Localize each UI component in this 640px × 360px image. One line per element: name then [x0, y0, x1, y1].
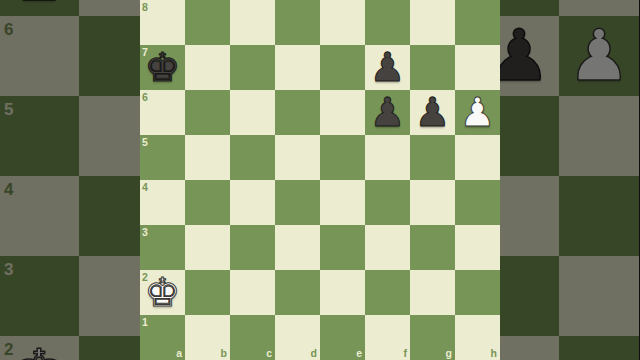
square-e7[interactable]: [320, 45, 365, 90]
square-e6[interactable]: [320, 90, 365, 135]
black-pawn[interactable]: ♟: [415, 92, 451, 132]
square-g6[interactable]: ♟: [410, 90, 455, 135]
square-d7[interactable]: [275, 45, 320, 90]
square-b8[interactable]: [185, 0, 230, 45]
square-g7[interactable]: [410, 45, 455, 90]
square-a7[interactable]: 7♚: [140, 45, 185, 90]
square-f6[interactable]: ♟: [365, 90, 410, 135]
square-c6[interactable]: [230, 90, 275, 135]
white-king[interactable]: ♚: [145, 272, 181, 312]
square-h4[interactable]: [455, 180, 500, 225]
square-a3[interactable]: 3: [140, 225, 185, 270]
square-h3[interactable]: [455, 225, 500, 270]
square-b1[interactable]: b: [185, 315, 230, 360]
rank-label-1: 1: [142, 317, 148, 328]
file-label-g: g: [446, 348, 452, 359]
square-b5[interactable]: [185, 135, 230, 180]
black-king[interactable]: ♚: [145, 47, 181, 87]
square-e4[interactable]: [320, 180, 365, 225]
square-a1[interactable]: 1a: [140, 315, 185, 360]
square-h5[interactable]: [455, 135, 500, 180]
file-label-e: e: [356, 348, 362, 359]
file-label-a: a: [176, 348, 182, 359]
file-label-d: d: [311, 348, 317, 359]
square-g1[interactable]: g: [410, 315, 455, 360]
file-label-b: b: [221, 348, 227, 359]
square-h8[interactable]: [455, 0, 500, 45]
square-g3[interactable]: [410, 225, 455, 270]
square-f7[interactable]: ♟: [365, 45, 410, 90]
square-c7[interactable]: [230, 45, 275, 90]
square-g5[interactable]: [410, 135, 455, 180]
square-c3[interactable]: [230, 225, 275, 270]
square-d3[interactable]: [275, 225, 320, 270]
rank-label-3: 3: [142, 227, 148, 238]
file-label-c: c: [266, 348, 272, 359]
square-f8[interactable]: [365, 0, 410, 45]
square-g8[interactable]: [410, 0, 455, 45]
square-b6[interactable]: [185, 90, 230, 135]
square-f4[interactable]: [365, 180, 410, 225]
square-b2[interactable]: [185, 270, 230, 315]
square-c8[interactable]: [230, 0, 275, 45]
square-b7[interactable]: [185, 45, 230, 90]
square-d5[interactable]: [275, 135, 320, 180]
square-a5[interactable]: 5: [140, 135, 185, 180]
square-d8[interactable]: [275, 0, 320, 45]
square-h2[interactable]: [455, 270, 500, 315]
square-e8[interactable]: [320, 0, 365, 45]
square-d4[interactable]: [275, 180, 320, 225]
square-a6[interactable]: 6: [140, 90, 185, 135]
rank-label-6: 6: [142, 92, 148, 103]
square-b4[interactable]: [185, 180, 230, 225]
square-e2[interactable]: [320, 270, 365, 315]
rank-label-5: 5: [142, 137, 148, 148]
square-c2[interactable]: [230, 270, 275, 315]
square-f5[interactable]: [365, 135, 410, 180]
square-a2[interactable]: 2♚: [140, 270, 185, 315]
square-b3[interactable]: [185, 225, 230, 270]
black-pawn[interactable]: ♟: [370, 92, 406, 132]
square-g4[interactable]: [410, 180, 455, 225]
square-d1[interactable]: d: [275, 315, 320, 360]
square-f2[interactable]: [365, 270, 410, 315]
square-e5[interactable]: [320, 135, 365, 180]
square-h7[interactable]: [455, 45, 500, 90]
file-label-f: f: [404, 348, 408, 359]
square-c4[interactable]: [230, 180, 275, 225]
square-a4[interactable]: 4: [140, 180, 185, 225]
square-h6[interactable]: ♟: [455, 90, 500, 135]
square-e3[interactable]: [320, 225, 365, 270]
square-c1[interactable]: c: [230, 315, 275, 360]
square-d2[interactable]: [275, 270, 320, 315]
rank-label-8: 8: [142, 2, 148, 13]
rank-label-4: 4: [142, 182, 148, 193]
square-f1[interactable]: f: [365, 315, 410, 360]
black-pawn[interactable]: ♟: [370, 47, 406, 87]
square-f3[interactable]: [365, 225, 410, 270]
square-g2[interactable]: [410, 270, 455, 315]
video-frame: 87♚♟6♟♟♟5432♚1abcdefgh 87♚♟6♟♟♟5432♚1abc…: [0, 0, 640, 360]
square-a8[interactable]: 8: [140, 0, 185, 45]
square-d6[interactable]: [275, 90, 320, 135]
chess-board[interactable]: 87♚♟6♟♟♟5432♚1abcdefgh: [140, 0, 500, 360]
white-pawn[interactable]: ♟: [460, 92, 496, 132]
square-e1[interactable]: e: [320, 315, 365, 360]
file-label-h: h: [491, 348, 497, 359]
square-c5[interactable]: [230, 135, 275, 180]
square-h1[interactable]: h: [455, 315, 500, 360]
